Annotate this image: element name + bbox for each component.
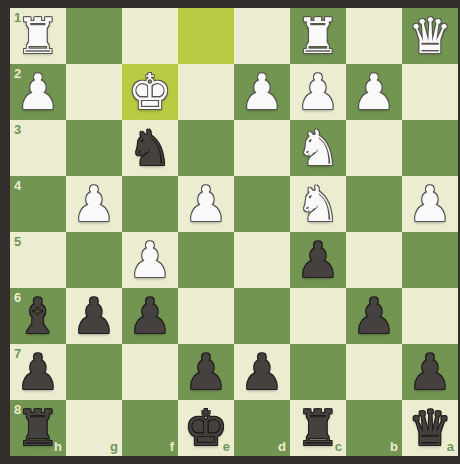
square-a8[interactable]: ♛a <box>402 400 458 456</box>
piece-black-pawn[interactable]: ♟ <box>122 288 178 344</box>
square-d7[interactable]: ♟ <box>234 344 290 400</box>
square-g3[interactable] <box>66 120 122 176</box>
square-g8[interactable]: g <box>66 400 122 456</box>
piece-white-pawn[interactable]: ♟ <box>178 176 234 232</box>
piece-white-pawn[interactable]: ♟ <box>234 64 290 120</box>
piece-white-pawn[interactable]: ♟ <box>66 176 122 232</box>
piece-black-king[interactable]: ♚ <box>178 400 234 456</box>
square-c5[interactable]: ♟ <box>290 232 346 288</box>
square-h5[interactable]: 5 <box>10 232 66 288</box>
square-g2[interactable] <box>66 64 122 120</box>
chess-board: ♜1♜♛♟2♚♟♟♟3♞♞4♟♟♞♟5♟♟♝6♟♟♟♟7♟♟♟♜8hgf♚ed♜… <box>10 8 458 456</box>
rank-label-3: 3 <box>14 122 21 137</box>
square-e7[interactable]: ♟ <box>178 344 234 400</box>
square-c7[interactable] <box>290 344 346 400</box>
square-f4[interactable] <box>122 176 178 232</box>
square-a6[interactable] <box>402 288 458 344</box>
square-a4[interactable]: ♟ <box>402 176 458 232</box>
piece-black-pawn[interactable]: ♟ <box>66 288 122 344</box>
square-c1[interactable]: ♜ <box>290 8 346 64</box>
file-label-g: g <box>110 439 118 454</box>
square-g6[interactable]: ♟ <box>66 288 122 344</box>
piece-white-rook[interactable]: ♜ <box>290 8 346 64</box>
square-d4[interactable] <box>234 176 290 232</box>
square-b4[interactable] <box>346 176 402 232</box>
piece-white-pawn[interactable]: ♟ <box>290 64 346 120</box>
square-e4[interactable]: ♟ <box>178 176 234 232</box>
square-h1[interactable]: ♜1 <box>10 8 66 64</box>
square-e5[interactable] <box>178 232 234 288</box>
square-b8[interactable]: b <box>346 400 402 456</box>
piece-white-pawn[interactable]: ♟ <box>346 64 402 120</box>
square-c3[interactable]: ♞ <box>290 120 346 176</box>
square-e8[interactable]: ♚e <box>178 400 234 456</box>
square-f5[interactable]: ♟ <box>122 232 178 288</box>
square-e2[interactable] <box>178 64 234 120</box>
rank-label-4: 4 <box>14 178 21 193</box>
piece-black-pawn[interactable]: ♟ <box>402 344 458 400</box>
square-d8[interactable]: d <box>234 400 290 456</box>
square-d6[interactable] <box>234 288 290 344</box>
square-e1[interactable] <box>178 8 234 64</box>
square-f8[interactable]: f <box>122 400 178 456</box>
piece-black-rook[interactable]: ♜ <box>290 400 346 456</box>
square-d3[interactable] <box>234 120 290 176</box>
file-label-d: d <box>278 439 286 454</box>
piece-black-rook[interactable]: ♜ <box>10 400 66 456</box>
piece-black-queen[interactable]: ♛ <box>402 400 458 456</box>
square-b5[interactable] <box>346 232 402 288</box>
rank-label-5: 5 <box>14 234 21 249</box>
square-d1[interactable] <box>234 8 290 64</box>
square-h3[interactable]: 3 <box>10 120 66 176</box>
square-d2[interactable]: ♟ <box>234 64 290 120</box>
square-e6[interactable] <box>178 288 234 344</box>
piece-black-pawn[interactable]: ♟ <box>290 232 346 288</box>
piece-black-pawn[interactable]: ♟ <box>234 344 290 400</box>
square-a5[interactable] <box>402 232 458 288</box>
square-e3[interactable] <box>178 120 234 176</box>
square-f3[interactable]: ♞ <box>122 120 178 176</box>
square-h8[interactable]: ♜8h <box>10 400 66 456</box>
square-g4[interactable]: ♟ <box>66 176 122 232</box>
square-c4[interactable]: ♞ <box>290 176 346 232</box>
square-g5[interactable] <box>66 232 122 288</box>
piece-black-pawn[interactable]: ♟ <box>346 288 402 344</box>
square-b2[interactable]: ♟ <box>346 64 402 120</box>
piece-black-knight[interactable]: ♞ <box>122 120 178 176</box>
square-g7[interactable] <box>66 344 122 400</box>
piece-white-rook[interactable]: ♜ <box>10 8 66 64</box>
piece-white-knight[interactable]: ♞ <box>290 120 346 176</box>
page-background: ♜1♜♛♟2♚♟♟♟3♞♞4♟♟♞♟5♟♟♝6♟♟♟♟7♟♟♟♜8hgf♚ed♜… <box>0 0 460 464</box>
piece-white-queen[interactable]: ♛ <box>402 8 458 64</box>
square-b6[interactable]: ♟ <box>346 288 402 344</box>
square-h7[interactable]: ♟7 <box>10 344 66 400</box>
square-a3[interactable] <box>402 120 458 176</box>
square-c2[interactable]: ♟ <box>290 64 346 120</box>
square-a7[interactable]: ♟ <box>402 344 458 400</box>
square-h6[interactable]: ♝6 <box>10 288 66 344</box>
square-b1[interactable] <box>346 8 402 64</box>
square-c6[interactable] <box>290 288 346 344</box>
piece-white-pawn[interactable]: ♟ <box>402 176 458 232</box>
piece-black-bishop[interactable]: ♝ <box>10 288 66 344</box>
square-b7[interactable] <box>346 344 402 400</box>
file-label-f: f <box>170 439 174 454</box>
square-b3[interactable] <box>346 120 402 176</box>
square-g1[interactable] <box>66 8 122 64</box>
square-f2[interactable]: ♚ <box>122 64 178 120</box>
square-a1[interactable]: ♛ <box>402 8 458 64</box>
piece-white-knight[interactable]: ♞ <box>290 176 346 232</box>
piece-white-pawn[interactable]: ♟ <box>10 64 66 120</box>
piece-black-pawn[interactable]: ♟ <box>178 344 234 400</box>
square-h2[interactable]: ♟2 <box>10 64 66 120</box>
square-h4[interactable]: 4 <box>10 176 66 232</box>
square-c8[interactable]: ♜c <box>290 400 346 456</box>
file-label-b: b <box>390 439 398 454</box>
square-f1[interactable] <box>122 8 178 64</box>
square-d5[interactable] <box>234 232 290 288</box>
piece-white-king[interactable]: ♚ <box>122 64 178 120</box>
piece-black-pawn[interactable]: ♟ <box>10 344 66 400</box>
square-f7[interactable] <box>122 344 178 400</box>
piece-white-pawn[interactable]: ♟ <box>122 232 178 288</box>
square-f6[interactable]: ♟ <box>122 288 178 344</box>
square-a2[interactable] <box>402 64 458 120</box>
